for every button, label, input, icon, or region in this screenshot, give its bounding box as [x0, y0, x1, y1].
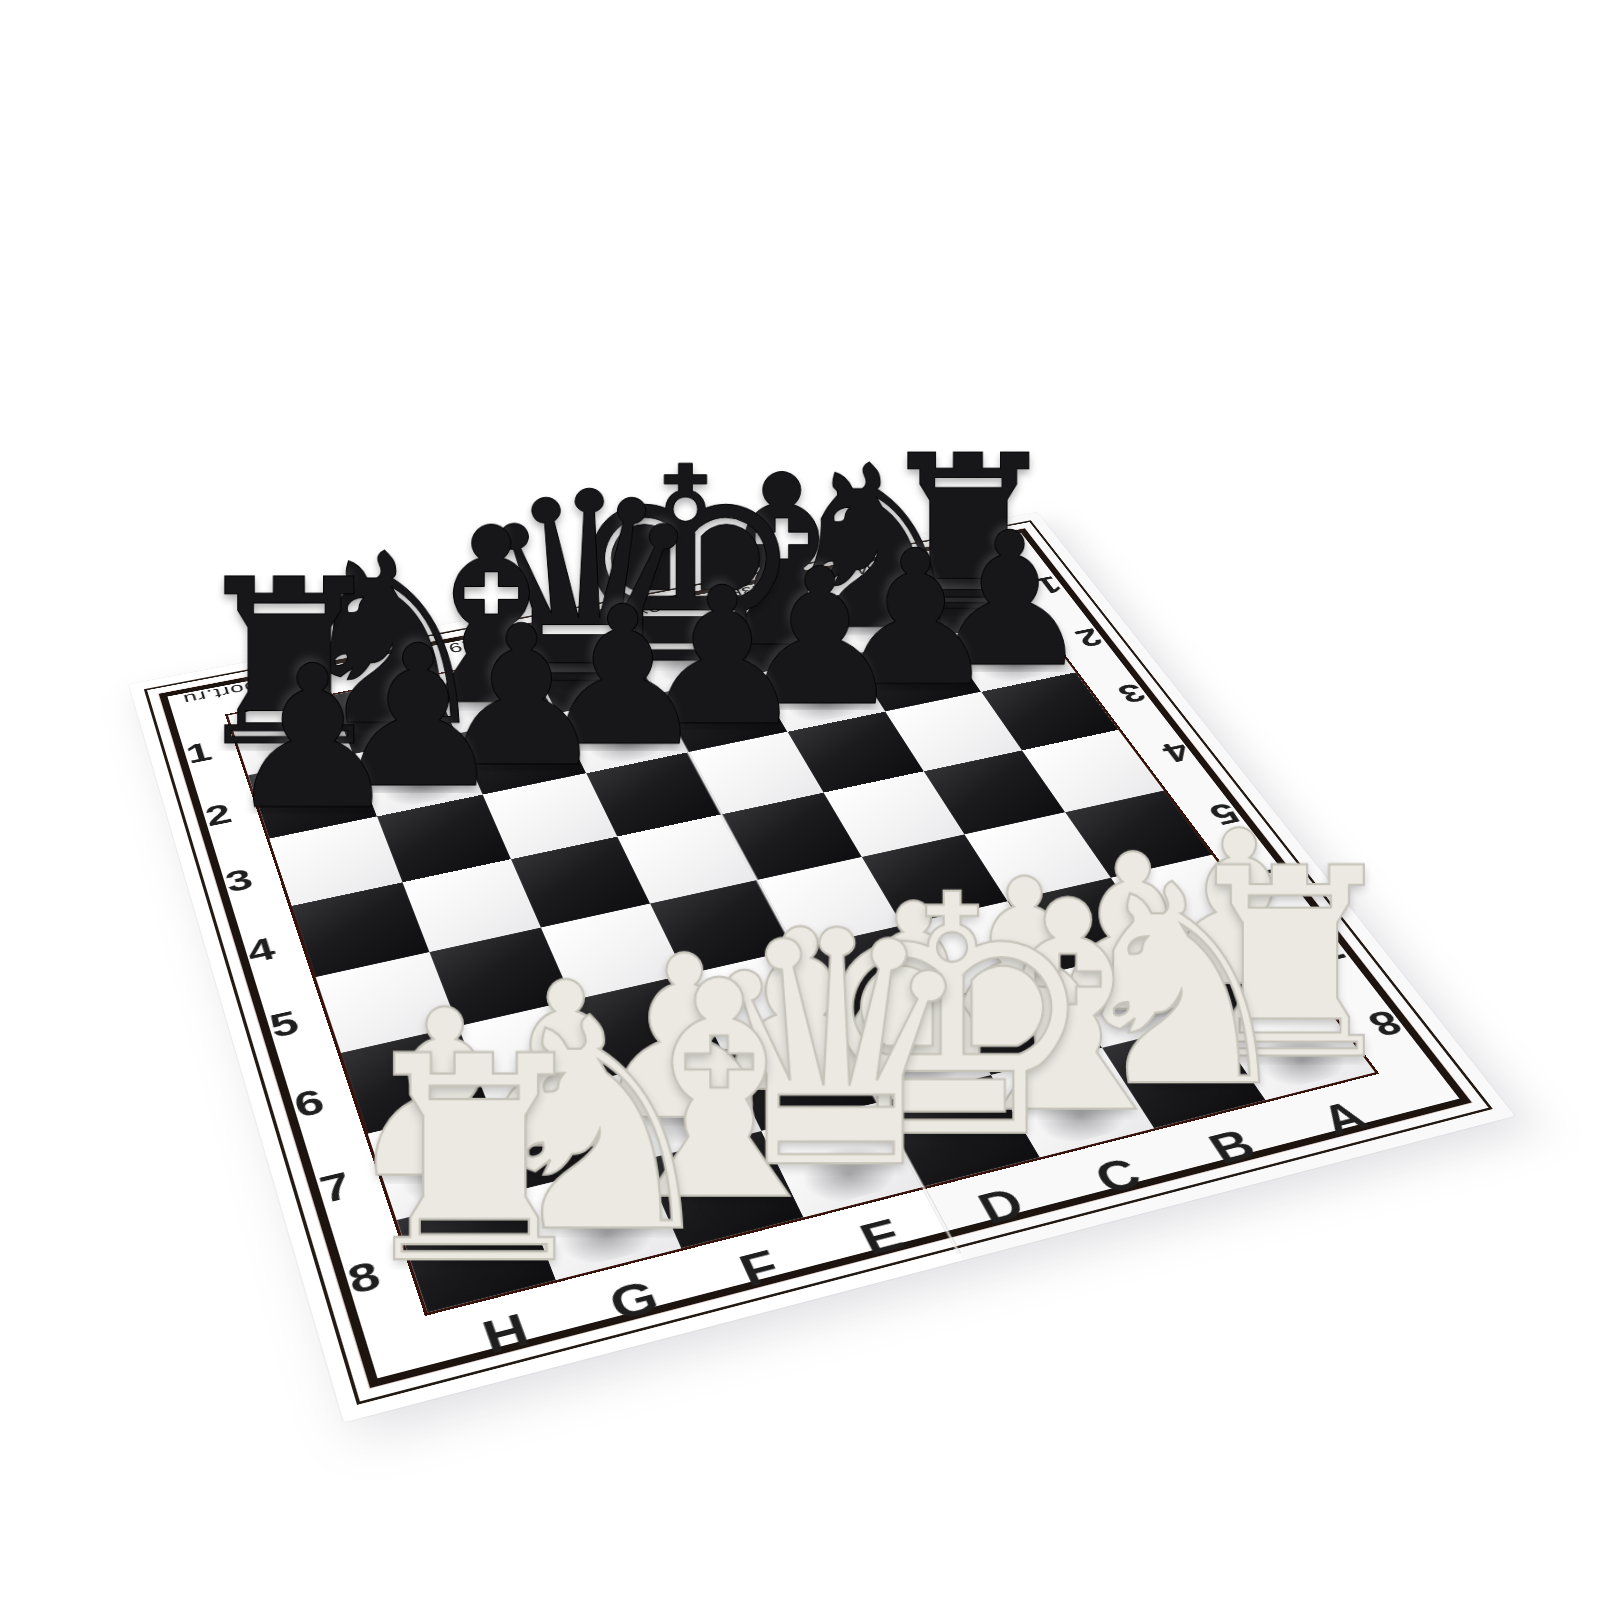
playing-field: ♜♞♝♛♚♝♞♜♟♟♟♟♟♟♟♟♟♟♟♟♟♟♟♟♜♞♝♛♚♝♞♜	[228, 566, 1375, 1312]
chessboard: ♜♞♝♛♚♝♞♜♟♟♟♟♟♟♟♟♟♟♟♟♟♟♟♟♜♞♝♛♚♝♞♜ 1234567…	[129, 512, 1515, 1422]
product-photo-scene: ♜♞♝♛♚♝♞♜♟♟♟♟♟♟♟♟♟♟♟♟♟♟♟♟♜♞♝♛♚♝♞♜ 1234567…	[0, 0, 1600, 1600]
board-sheet: ♜♞♝♛♚♝♞♜♟♟♟♟♟♟♟♟♟♟♟♟♟♟♟♟♜♞♝♛♚♝♞♜ 1234567…	[129, 512, 1515, 1422]
